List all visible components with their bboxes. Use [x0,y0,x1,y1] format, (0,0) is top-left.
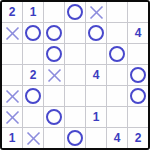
cell-r6c2[interactable] [23,107,43,127]
number-clue: 4 [135,27,142,39]
cell-r2c6[interactable] [107,23,127,43]
cross-mark-icon [47,68,62,83]
number-clue: 2 [30,69,37,81]
puzzle-grid: 214241142 [2,2,148,148]
cell-r3c5[interactable] [86,44,106,64]
cell-r1c2[interactable]: 1 [23,2,43,22]
number-clue: 4 [114,132,121,144]
circle-mark-icon [46,46,62,62]
cell-r5c1[interactable] [2,86,22,106]
number-clue: 4 [93,69,100,81]
cell-r5c3[interactable] [44,86,64,106]
cell-r3c2[interactable] [23,44,43,64]
cell-r1c1[interactable]: 2 [2,2,22,22]
cell-r1c3[interactable] [44,2,64,22]
cell-r5c2[interactable] [23,86,43,106]
cell-r6c6[interactable] [107,107,127,127]
circle-mark-icon [109,46,125,62]
circle-mark-icon [46,25,62,41]
cell-r6c4[interactable] [65,107,85,127]
cross-mark-icon [5,89,20,104]
cell-r7c4[interactable] [65,128,85,148]
cross-mark-icon [26,131,41,146]
circle-mark-icon [67,4,83,20]
cross-mark-icon [89,5,104,20]
cell-r3c1[interactable] [2,44,22,64]
cell-r4c3[interactable] [44,65,64,85]
circle-mark-icon [130,88,146,104]
cell-r6c3[interactable] [44,107,64,127]
cell-r5c6[interactable] [107,86,127,106]
cell-r3c4[interactable] [65,44,85,64]
number-clue: 2 [9,6,16,18]
cell-r7c2[interactable] [23,128,43,148]
puzzle-board: 214241142 [0,0,150,150]
cell-r1c5[interactable] [86,2,106,22]
cell-r2c3[interactable] [44,23,64,43]
cell-r3c3[interactable] [44,44,64,64]
cell-r6c7[interactable] [128,107,148,127]
cell-r2c2[interactable] [23,23,43,43]
cell-r4c2[interactable]: 2 [23,65,43,85]
cell-r3c6[interactable] [107,44,127,64]
cell-r4c1[interactable] [2,65,22,85]
number-clue: 1 [30,6,37,18]
cell-r2c4[interactable] [65,23,85,43]
circle-mark-icon [88,25,104,41]
cross-mark-icon [5,26,20,41]
cell-r2c5[interactable] [86,23,106,43]
cell-r1c7[interactable] [128,2,148,22]
circle-mark-icon [25,88,41,104]
cell-r4c6[interactable] [107,65,127,85]
cross-mark-icon [5,110,20,125]
cell-r7c3[interactable] [44,128,64,148]
cell-r7c6[interactable]: 4 [107,128,127,148]
circle-mark-icon [25,25,41,41]
circle-mark-icon [46,109,62,125]
cell-r4c4[interactable] [65,65,85,85]
cell-r5c4[interactable] [65,86,85,106]
cell-r1c4[interactable] [65,2,85,22]
circle-mark-icon [130,67,146,83]
cell-r5c7[interactable] [128,86,148,106]
cell-r7c1[interactable]: 1 [2,128,22,148]
cell-r7c5[interactable] [86,128,106,148]
circle-mark-icon [67,130,83,146]
number-clue: 1 [93,111,100,123]
cell-r5c5[interactable] [86,86,106,106]
number-clue: 2 [135,132,142,144]
cell-r7c7[interactable]: 2 [128,128,148,148]
cell-r2c1[interactable] [2,23,22,43]
cell-r4c7[interactable] [128,65,148,85]
cell-r2c7[interactable]: 4 [128,23,148,43]
cell-r3c7[interactable] [128,44,148,64]
cell-r6c5[interactable]: 1 [86,107,106,127]
cell-r4c5[interactable]: 4 [86,65,106,85]
cell-r6c1[interactable] [2,107,22,127]
number-clue: 1 [9,132,16,144]
cell-r1c6[interactable] [107,2,127,22]
